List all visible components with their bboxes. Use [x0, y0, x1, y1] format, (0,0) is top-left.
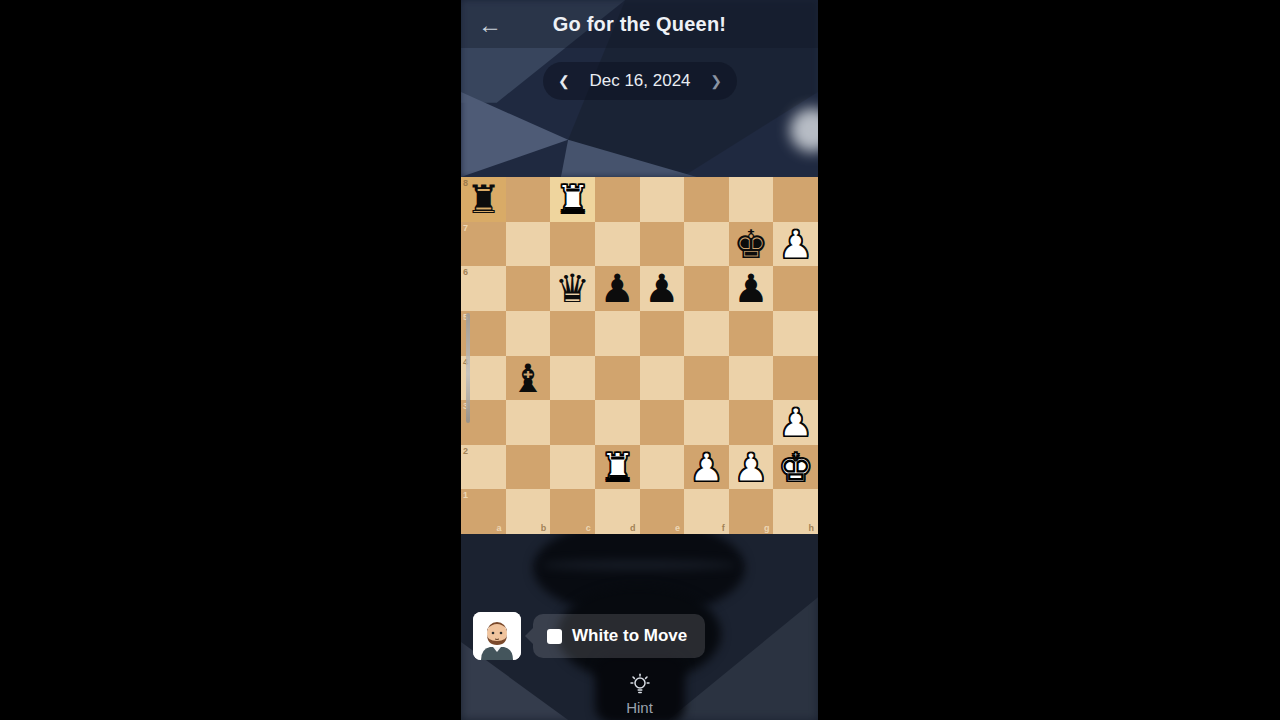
file-label-f: f — [722, 523, 725, 533]
prev-date-button[interactable]: ❮ — [558, 62, 570, 100]
file-label-h: h — [809, 523, 815, 533]
square-b8[interactable] — [506, 177, 551, 222]
date-label: Dec 16, 2024 — [589, 71, 690, 91]
square-h3[interactable]: ♟ — [773, 400, 818, 445]
next-date-button[interactable]: ❯ — [710, 62, 722, 100]
square-a8[interactable]: 8♜ — [461, 177, 506, 222]
square-d2[interactable]: ♜ — [595, 445, 640, 490]
square-h4[interactable] — [773, 356, 818, 401]
square-f8[interactable] — [684, 177, 729, 222]
file-label-e: e — [675, 523, 680, 533]
square-a4[interactable]: 4 — [461, 356, 506, 401]
square-h5[interactable] — [773, 311, 818, 356]
square-f1[interactable]: f — [684, 489, 729, 534]
piece-white-rook[interactable]: ♜ — [595, 445, 640, 490]
screen: ← Go for the Queen! ❮ Dec 16, 2024 ❯ 8♜♜… — [0, 0, 1280, 720]
square-a1[interactable]: 1a — [461, 489, 506, 534]
square-a6[interactable]: 6 — [461, 266, 506, 311]
square-h7[interactable]: ♟ — [773, 222, 818, 267]
file-label-a: a — [497, 523, 502, 533]
square-g1[interactable]: g — [729, 489, 774, 534]
page-title: Go for the Queen! — [461, 13, 818, 36]
square-b1[interactable]: b — [506, 489, 551, 534]
square-e2[interactable] — [640, 445, 685, 490]
square-f3[interactable] — [684, 400, 729, 445]
square-f7[interactable] — [684, 222, 729, 267]
piece-white-pawn[interactable]: ♟ — [684, 445, 729, 490]
square-f6[interactable] — [684, 266, 729, 311]
piece-white-pawn[interactable]: ♟ — [729, 445, 774, 490]
piece-black-pawn[interactable]: ♟ — [640, 266, 685, 311]
avatar — [473, 612, 521, 660]
hint-button[interactable]: Hint — [461, 673, 818, 716]
turn-label: White to Move — [572, 626, 687, 646]
square-h1[interactable]: h — [773, 489, 818, 534]
square-d5[interactable] — [595, 311, 640, 356]
square-d7[interactable] — [595, 222, 640, 267]
piece-white-king[interactable]: ♚ — [773, 445, 818, 490]
white-square-icon — [547, 629, 562, 644]
square-e1[interactable]: e — [640, 489, 685, 534]
piece-black-rook[interactable]: ♜ — [461, 177, 506, 222]
file-label-g: g — [764, 523, 770, 533]
rank-label-1: 1 — [463, 490, 468, 500]
square-c7[interactable] — [550, 222, 595, 267]
piece-black-pawn[interactable]: ♟ — [595, 266, 640, 311]
square-c1[interactable]: c — [550, 489, 595, 534]
square-g5[interactable] — [729, 311, 774, 356]
square-e3[interactable] — [640, 400, 685, 445]
square-g6[interactable]: ♟ — [729, 266, 774, 311]
square-g8[interactable] — [729, 177, 774, 222]
file-label-b: b — [541, 523, 547, 533]
square-c5[interactable] — [550, 311, 595, 356]
piece-white-pawn[interactable]: ♟ — [773, 222, 818, 267]
square-c6[interactable]: ♛ — [550, 266, 595, 311]
square-c2[interactable] — [550, 445, 595, 490]
piece-black-pawn[interactable]: ♟ — [729, 266, 774, 311]
chess-board: 8♜♜7♚♟6♛♟♟♟54♝3♟2♜♟♟♚1abcdefgh — [461, 177, 818, 534]
square-d1[interactable]: d — [595, 489, 640, 534]
turn-indicator: White to Move — [533, 614, 705, 658]
square-b2[interactable] — [506, 445, 551, 490]
square-b5[interactable] — [506, 311, 551, 356]
square-d6[interactable]: ♟ — [595, 266, 640, 311]
file-label-c: c — [586, 523, 591, 533]
lightbulb-icon — [629, 673, 651, 697]
square-g4[interactable] — [729, 356, 774, 401]
avatar-illustration — [473, 612, 521, 660]
square-b3[interactable] — [506, 400, 551, 445]
square-e5[interactable] — [640, 311, 685, 356]
rank-label-7: 7 — [463, 223, 468, 233]
square-g3[interactable] — [729, 400, 774, 445]
piece-white-pawn[interactable]: ♟ — [773, 400, 818, 445]
square-d4[interactable] — [595, 356, 640, 401]
square-a7[interactable]: 7 — [461, 222, 506, 267]
square-d8[interactable] — [595, 177, 640, 222]
square-a2[interactable]: 2 — [461, 445, 506, 490]
square-a3[interactable]: 3 — [461, 400, 506, 445]
file-label-d: d — [630, 523, 636, 533]
square-h2[interactable]: ♚ — [773, 445, 818, 490]
square-f4[interactable] — [684, 356, 729, 401]
app-strip: ← Go for the Queen! ❮ Dec 16, 2024 ❯ 8♜♜… — [461, 0, 818, 720]
square-f5[interactable] — [684, 311, 729, 356]
rank-label-6: 6 — [463, 267, 468, 277]
square-f2[interactable]: ♟ — [684, 445, 729, 490]
square-e8[interactable] — [640, 177, 685, 222]
square-e7[interactable] — [640, 222, 685, 267]
square-d3[interactable] — [595, 400, 640, 445]
rank-label-3: 3 — [463, 401, 468, 411]
square-c8[interactable]: ♜ — [550, 177, 595, 222]
square-c3[interactable] — [550, 400, 595, 445]
rank-label-4: 4 — [463, 357, 468, 367]
square-b4[interactable]: ♝ — [506, 356, 551, 401]
square-e6[interactable]: ♟ — [640, 266, 685, 311]
square-g7[interactable]: ♚ — [729, 222, 774, 267]
piece-white-rook[interactable]: ♜ — [550, 177, 595, 222]
date-navigator: ❮ Dec 16, 2024 ❯ — [543, 62, 737, 100]
piece-black-queen[interactable]: ♛ — [550, 266, 595, 311]
rank-label-5: 5 — [463, 312, 468, 322]
square-a5[interactable]: 5 — [461, 311, 506, 356]
square-b7[interactable] — [506, 222, 551, 267]
square-h6[interactable] — [773, 266, 818, 311]
piece-black-king[interactable]: ♚ — [729, 222, 774, 267]
square-b6[interactable] — [506, 266, 551, 311]
hint-label: Hint — [626, 699, 653, 716]
piece-black-bishop[interactable]: ♝ — [506, 356, 551, 401]
square-c4[interactable] — [550, 356, 595, 401]
square-e4[interactable] — [640, 356, 685, 401]
rank-label-2: 2 — [463, 446, 468, 456]
blurred-piece-glow — [790, 108, 818, 152]
square-h8[interactable] — [773, 177, 818, 222]
square-g2[interactable]: ♟ — [729, 445, 774, 490]
